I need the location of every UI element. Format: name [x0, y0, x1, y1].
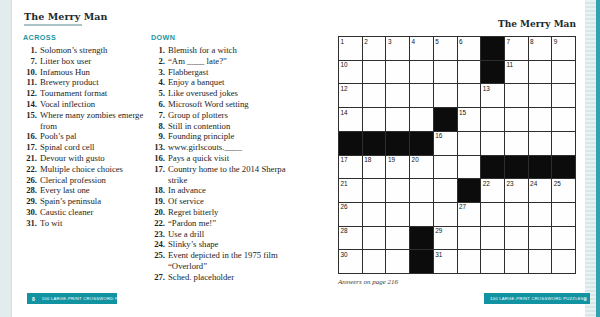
grid-cell[interactable]: [505, 250, 529, 274]
grid-cell[interactable]: 28: [339, 227, 363, 251]
clue-number: 9.: [151, 131, 165, 142]
clue-text: Use a drill: [168, 229, 286, 240]
grid-cell[interactable]: 19: [386, 156, 410, 180]
clue-item: 5.Like overused jokes: [151, 88, 296, 99]
black-cell: [481, 61, 505, 85]
black-cell: [481, 156, 505, 180]
grid-cell[interactable]: [458, 132, 482, 156]
clue-number: 1.: [151, 45, 165, 56]
cell-number: 22: [483, 180, 490, 187]
clue-number: 15.: [23, 110, 37, 132]
clue-item: 14.Vocal inflection: [23, 99, 148, 110]
clue-text: “Am ____ late?”: [168, 56, 286, 67]
clue-item: 23.Use a drill: [151, 229, 296, 240]
clue-number: 14.: [23, 99, 37, 110]
title-underline: [24, 24, 82, 26]
cell-number: 28: [341, 227, 348, 234]
clue-item: 6.Microsoft Word setting: [151, 99, 296, 110]
clue-number: 5.: [151, 88, 165, 99]
grid-cell[interactable]: 11: [505, 61, 529, 85]
grid-cell[interactable]: 23: [505, 179, 529, 203]
grid-cell[interactable]: [481, 132, 505, 156]
clue-text: Litter box user: [40, 56, 144, 67]
cell-number: 3: [388, 38, 392, 45]
grid-cell[interactable]: [505, 108, 529, 132]
clue-text: Where many zombies emerge from: [40, 110, 144, 132]
grid-cell[interactable]: [386, 227, 410, 251]
grid-cell[interactable]: [434, 156, 458, 180]
clue-text: “Pardon me!”: [168, 218, 286, 229]
clue-number: 13.: [151, 142, 165, 153]
black-cell: [505, 156, 529, 180]
clue-number: 25.: [151, 250, 165, 272]
clue-item: 4.Enjoy a banquet: [151, 77, 296, 88]
grid-cell[interactable]: [481, 227, 505, 251]
clue-number: 7.: [23, 56, 37, 67]
clue-text: www.girlscouts.____: [168, 142, 286, 153]
grid-cell[interactable]: 4: [410, 37, 434, 61]
grid-cell[interactable]: 3: [386, 37, 410, 61]
grid-cell[interactable]: 21: [339, 179, 363, 203]
down-header: DOWN: [151, 33, 296, 42]
grid-cell[interactable]: 25: [552, 179, 576, 203]
crossword-grid: 1234567891011121314151617181920212223242…: [338, 36, 576, 274]
puzzle-title: The Merry Man: [24, 11, 108, 22]
grid-cell[interactable]: [363, 227, 387, 251]
grid-cell[interactable]: 24: [529, 179, 553, 203]
clue-text: Spain’s peninsula: [40, 196, 144, 207]
clue-item: 25.Event depicted in the 1975 film “Over…: [151, 250, 296, 272]
puzzle-title-grid-page: The Merry Man: [338, 19, 576, 29]
clue-number: 16.: [151, 153, 165, 164]
cell-number: 25: [554, 180, 561, 187]
grid-cell[interactable]: [410, 108, 434, 132]
grid-cell[interactable]: [552, 227, 576, 251]
clue-number: 7.: [151, 110, 165, 121]
footer-bar-left: 8 100 LARGE-PRINT CROSSWORD PUZZLES: [27, 293, 117, 304]
grid-cell[interactable]: 9: [552, 37, 576, 61]
grid-cell[interactable]: [458, 250, 482, 274]
grid-cell[interactable]: [434, 179, 458, 203]
clue-item: 28.Every last one: [23, 185, 148, 196]
cell-number: 23: [506, 180, 513, 187]
clue-number: 31.: [23, 218, 37, 229]
grid-cell[interactable]: 5: [434, 37, 458, 61]
clue-number: 19.: [151, 196, 165, 207]
down-clue-column: DOWN 1.Blemish for a witch2.“Am ____ lat…: [151, 33, 296, 283]
grid-cell[interactable]: 2: [363, 37, 387, 61]
grid-cell[interactable]: [386, 179, 410, 203]
cell-number: 4: [412, 38, 416, 45]
clue-text: Caustic cleaner: [40, 207, 144, 218]
clue-item: 2.“Am ____ late?”: [151, 56, 296, 67]
clue-text: Multiple choice choices: [40, 164, 144, 175]
clue-item: 16.Pooh’s pal: [23, 131, 148, 142]
black-cell: [363, 132, 387, 156]
grid-cell[interactable]: 12: [339, 84, 363, 108]
grid-cell[interactable]: 13: [481, 84, 505, 108]
grid-cell[interactable]: 27: [458, 203, 482, 227]
clue-text: Clerical profession: [40, 175, 144, 186]
grid-cell[interactable]: 18: [363, 156, 387, 180]
grid-cell[interactable]: [434, 61, 458, 85]
grid-cell[interactable]: 16: [434, 132, 458, 156]
cell-number: 5: [435, 38, 439, 45]
clue-text: To wit: [40, 218, 144, 229]
grid-cell[interactable]: [529, 203, 553, 227]
clue-text: Slinky’s shape: [168, 239, 286, 250]
clue-number: 21.: [23, 153, 37, 164]
clue-text: Brewery product: [40, 77, 144, 88]
grid-cell[interactable]: 7: [505, 37, 529, 61]
page-number-right: 9: [584, 296, 587, 302]
clue-number: 22.: [23, 164, 37, 175]
clue-number: 24.: [151, 239, 165, 250]
grid-cell[interactable]: [552, 108, 576, 132]
grid-cell[interactable]: [410, 179, 434, 203]
cell-number: 9: [554, 38, 558, 45]
clue-number: 10.: [23, 67, 37, 78]
clue-item: 20.Regret bitterly: [151, 207, 296, 218]
clue-item: 15.Where many zombies emerge from: [23, 110, 148, 132]
grid-cell[interactable]: [458, 156, 482, 180]
grid-cell[interactable]: [552, 132, 576, 156]
clue-number: 22.: [151, 218, 165, 229]
grid-cell[interactable]: 14: [339, 108, 363, 132]
clue-number: 8.: [151, 121, 165, 132]
cell-number: 13: [483, 85, 490, 92]
black-cell: [458, 179, 482, 203]
clue-number: 28.: [23, 185, 37, 196]
clue-text: Regret bitterly: [168, 207, 286, 218]
clue-item: 7.Litter box user: [23, 56, 148, 67]
clue-text: Every last one: [40, 185, 144, 196]
clue-number: 23.: [151, 229, 165, 240]
grid-cell[interactable]: [386, 203, 410, 227]
clue-text: Enjoy a banquet: [168, 77, 286, 88]
down-clue-list: 1.Blemish for a witch2.“Am ____ late?”3.…: [151, 45, 296, 283]
black-cell: [529, 156, 553, 180]
clue-item: 8.Still in contention: [151, 121, 296, 132]
across-clue-column: ACROSS 1.Solomon’s strength7.Litter box …: [23, 33, 148, 229]
grid-cell[interactable]: 1: [339, 37, 363, 61]
clue-item: 31.To wit: [23, 218, 148, 229]
clue-number: 29.: [23, 196, 37, 207]
grid-cell[interactable]: [410, 84, 434, 108]
series-title: 100 LARGE-PRINT CROSSWORD PUZZLES: [42, 296, 136, 301]
clue-text: Like overused jokes: [168, 88, 286, 99]
grid-cell[interactable]: [529, 132, 553, 156]
series-title: 100 LARGE-PRINT CROSSWORD PUZZLES: [490, 296, 584, 301]
grid-cell[interactable]: [386, 84, 410, 108]
clue-item: 17.Spinal cord cell: [23, 142, 148, 153]
clue-number: 2.: [151, 56, 165, 67]
grid-cell[interactable]: 6: [458, 37, 482, 61]
cell-number: 19: [388, 156, 395, 163]
clue-text: Devour with gusto: [40, 153, 144, 164]
grid-cell[interactable]: 29: [434, 227, 458, 251]
clue-item: 27.Sched. placeholder: [151, 272, 296, 283]
clue-text: Infamous Hun: [40, 67, 144, 78]
clue-text: Founding principle: [168, 131, 286, 142]
clue-text: Spinal cord cell: [40, 142, 144, 153]
black-cell: [339, 132, 363, 156]
clue-item: 24.Slinky’s shape: [151, 239, 296, 250]
clue-text: Group of plotters: [168, 110, 286, 121]
clue-item: 13.www.girlscouts.____: [151, 142, 296, 153]
cell-number: 6: [459, 38, 463, 45]
grid-cell[interactable]: [481, 108, 505, 132]
clue-item: 3.Flabbergast: [151, 67, 296, 78]
cell-number: 15: [459, 109, 466, 116]
grid-cell[interactable]: [458, 61, 482, 85]
black-cell: [552, 156, 576, 180]
cell-number: 8: [530, 38, 534, 45]
across-clue-list: 1.Solomon’s strength7.Litter box user10.…: [23, 45, 148, 229]
black-cell: [410, 132, 434, 156]
black-cell: [386, 132, 410, 156]
cell-number: 2: [364, 38, 368, 45]
clue-item: 19.Of service: [151, 196, 296, 207]
clue-text: Flabbergast: [168, 67, 286, 78]
cell-number: 26: [341, 203, 348, 210]
clue-item: 22.Multiple choice choices: [23, 164, 148, 175]
clue-item: 29.Spain’s peninsula: [23, 196, 148, 207]
grid-cell[interactable]: [529, 108, 553, 132]
clue-number: 30.: [23, 207, 37, 218]
across-header: ACROSS: [23, 33, 148, 42]
clue-number: 12.: [23, 88, 37, 99]
grid-cell[interactable]: [386, 108, 410, 132]
grid-cell[interactable]: [410, 61, 434, 85]
clue-item: 16.Pays a quick visit: [151, 153, 296, 164]
clue-item: 7.Group of plotters: [151, 110, 296, 121]
cell-number: 24: [530, 180, 537, 187]
grid-cell[interactable]: 30: [339, 250, 363, 274]
clue-text: Sched. placeholder: [168, 272, 286, 283]
grid-cell[interactable]: [458, 227, 482, 251]
grid-cell[interactable]: [434, 203, 458, 227]
grid-cell[interactable]: [529, 250, 553, 274]
cell-number: 18: [364, 156, 371, 163]
clue-number: 3.: [151, 67, 165, 78]
black-cell: [410, 250, 434, 274]
grid-cell[interactable]: [505, 227, 529, 251]
cell-number: 17: [341, 156, 348, 163]
clue-number: 16.: [23, 131, 37, 142]
grid-cell[interactable]: 20: [410, 156, 434, 180]
clue-item: 17.Country home to the 2014 Sherpa strik…: [151, 164, 296, 186]
clue-number: 18.: [151, 185, 165, 196]
grid-cell[interactable]: [386, 61, 410, 85]
right-page-edge-stack: [585, 0, 596, 317]
cell-number: 7: [506, 38, 510, 45]
black-cell: [481, 37, 505, 61]
clue-item: 1.Blemish for a witch: [151, 45, 296, 56]
clue-text: Blemish for a witch: [168, 45, 286, 56]
grid-cell[interactable]: [458, 84, 482, 108]
clue-number: 20.: [151, 207, 165, 218]
cell-number: 20: [412, 156, 419, 163]
clue-text: In advance: [168, 185, 286, 196]
clue-number: 17.: [23, 142, 37, 153]
grid-cell[interactable]: [386, 250, 410, 274]
cell-number: 30: [341, 251, 348, 258]
grid-cell[interactable]: [363, 108, 387, 132]
grid-cell[interactable]: [410, 203, 434, 227]
clue-text: Still in contention: [168, 121, 286, 132]
cell-number: 14: [341, 109, 348, 116]
grid-cell[interactable]: 10: [339, 61, 363, 85]
grid-cell[interactable]: 31: [434, 250, 458, 274]
clue-item: 18.In advance: [151, 185, 296, 196]
grid-cell[interactable]: [363, 61, 387, 85]
cell-number: 31: [435, 251, 442, 258]
clue-text: Country home to the 2014 Sherpa strike: [168, 164, 286, 186]
clue-item: 22.“Pardon me!”: [151, 218, 296, 229]
grid-cell[interactable]: [481, 250, 505, 274]
right-page-edge-cover: [596, 0, 600, 317]
clue-text: Event depicted in the 1975 film “Overlor…: [168, 250, 286, 272]
grid-cell[interactable]: [529, 61, 553, 85]
cell-number: 11: [506, 61, 513, 68]
clue-text: Tournament format: [40, 88, 144, 99]
clue-number: 26.: [23, 175, 37, 186]
grid-cell[interactable]: [529, 227, 553, 251]
grid-cell[interactable]: [505, 84, 529, 108]
clue-item: 10.Infamous Hun: [23, 67, 148, 78]
grid-cell[interactable]: [363, 250, 387, 274]
grid-cell[interactable]: [363, 203, 387, 227]
grid-cell[interactable]: 8: [529, 37, 553, 61]
clue-text: Solomon’s strength: [40, 45, 144, 56]
clue-item: 21.Devour with gusto: [23, 153, 148, 164]
clue-number: 11.: [23, 77, 37, 88]
cell-number: 16: [435, 132, 442, 139]
clue-text: Vocal inflection: [40, 99, 144, 110]
page-number-left: 8: [32, 296, 35, 302]
clue-number: 17.: [151, 164, 165, 186]
grid-cell[interactable]: [434, 84, 458, 108]
grid-cell[interactable]: 22: [481, 179, 505, 203]
clue-item: 26.Clerical profession: [23, 175, 148, 186]
clue-item: 9.Founding principle: [151, 131, 296, 142]
grid-cell[interactable]: [552, 203, 576, 227]
grid-cell[interactable]: 15: [458, 108, 482, 132]
grid-cell[interactable]: [505, 203, 529, 227]
footer-bar-right: 100 LARGE-PRINT CROSSWORD PUZZLES 9: [484, 293, 590, 304]
cell-number: 1: [341, 38, 345, 45]
grid-cell[interactable]: [552, 61, 576, 85]
grid-cell[interactable]: [505, 132, 529, 156]
cell-number: 29: [435, 227, 442, 234]
clue-text: Pays a quick visit: [168, 153, 286, 164]
cell-number: 21: [341, 180, 348, 187]
grid-cell[interactable]: [552, 250, 576, 274]
grid-cell[interactable]: [363, 179, 387, 203]
grid-cell[interactable]: [481, 203, 505, 227]
clue-number: 6.: [151, 99, 165, 110]
clue-text: Of service: [168, 196, 286, 207]
grid-cell[interactable]: [363, 84, 387, 108]
black-cell: [410, 227, 434, 251]
clue-item: 30.Caustic cleaner: [23, 207, 148, 218]
cell-number: 12: [341, 85, 348, 92]
grid-cell[interactable]: 17: [339, 156, 363, 180]
answers-note: Answers on page 216: [338, 278, 398, 286]
left-page-edge: [0, 0, 12, 317]
clue-text: Microsoft Word setting: [168, 99, 286, 110]
clue-number: 1.: [23, 45, 37, 56]
grid-cell[interactable]: [529, 84, 553, 108]
cell-number: 27: [459, 203, 466, 210]
clue-item: 1.Solomon’s strength: [23, 45, 148, 56]
cell-number: 10: [341, 61, 348, 68]
clue-item: 11.Brewery product: [23, 77, 148, 88]
clue-item: 12.Tournament format: [23, 88, 148, 99]
grid-cell[interactable]: [552, 84, 576, 108]
grid-cell[interactable]: 26: [339, 203, 363, 227]
clue-text: Pooh’s pal: [40, 131, 144, 142]
black-cell: [434, 108, 458, 132]
clue-number: 27.: [151, 272, 165, 283]
clue-number: 4.: [151, 77, 165, 88]
